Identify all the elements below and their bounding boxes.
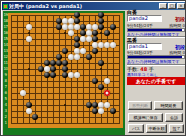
white-stone-D3 [26, 108, 32, 114]
white-player-name: panda2 [127, 15, 162, 22]
judge-button: 形勢判断 [128, 101, 152, 110]
black-stone-H9 [50, 72, 56, 78]
title-bar: 対局中 (panda2 vs panda1) _ □ × [2, 2, 186, 10]
white-stone-D15 [26, 36, 32, 42]
white-stone-M17 [74, 24, 80, 30]
white-time-bar-fill [128, 29, 182, 31]
white-stone-R6 [104, 90, 110, 96]
black-stone-Q17 [98, 24, 104, 30]
star-point [64, 32, 66, 34]
maximize-button[interactable]: □ [168, 3, 176, 9]
row-label: 1 [3, 120, 8, 126]
board-frame: ABCDEFGHJKLMNOPQRST 19181716151413121110… [3, 11, 125, 135]
row-labels: 19181716151413121110987654321 [3, 12, 8, 126]
black-stone-R16 [104, 30, 110, 36]
window-icon [3, 4, 8, 9]
black-stone-S17 [110, 24, 116, 30]
black-stone-P13 [92, 48, 98, 54]
white-stone-C6 [20, 90, 26, 96]
white-stone-N13 [80, 48, 86, 54]
black-player-rank: 初段 [175, 44, 185, 50]
star-point [100, 68, 102, 70]
white-stone-D17 [26, 24, 32, 30]
close-button[interactable]: × [177, 3, 185, 9]
black-stone-O12 [86, 54, 92, 60]
black-stone-K13 [62, 48, 68, 54]
black-stone-S3 [110, 108, 116, 114]
star-point [64, 104, 66, 106]
white-player-rank: 初段 [175, 16, 185, 22]
black-stone-Q11 [98, 60, 104, 66]
black-stone-P8 [92, 78, 98, 84]
star-point [28, 32, 30, 34]
game-window: 対局中 (panda2 vs panda1) _ □ × ABCDEFGHJKL… [0, 0, 186, 136]
black-stone-Q7 [98, 84, 104, 90]
black-player-name: panda1 [127, 43, 162, 50]
turn-banner: あなたの手番です [127, 77, 185, 85]
save-record-button[interactable]: 棋譜用に保存 [128, 113, 163, 122]
white-stone-S14 [110, 42, 116, 48]
white-stone-M9 [74, 72, 80, 78]
black-time-bar-fill [128, 56, 182, 58]
adjourn-button[interactable]: 中断依頼 [146, 124, 167, 133]
chat-button[interactable]: 会話 [165, 113, 183, 122]
info-panel: 白番 panda2 初段 9分54秒/24手 残時間 0 あなたの持時間は無制限… [127, 10, 185, 136]
extend-time-button[interactable]: 時間延長 [154, 101, 183, 110]
board-grid[interactable] [11, 15, 120, 124]
goban [8, 13, 123, 128]
white-stone-R4 [104, 102, 110, 108]
minimize-button[interactable]: _ [159, 3, 167, 9]
star-point [28, 68, 30, 70]
black-stone-E2 [32, 114, 38, 120]
white-stone-P17 [92, 24, 98, 30]
pass-button[interactable]: パス [128, 124, 144, 133]
white-stone-L16 [68, 30, 74, 36]
white-stone-Q3 [98, 108, 104, 114]
white-stone-M12 [74, 54, 80, 60]
white-stone-R8 [104, 78, 110, 84]
resign-button[interactable]: 投了 [169, 124, 184, 133]
star-point [100, 32, 102, 34]
white-stone-G10 [44, 66, 50, 72]
white-stone-O15 [86, 36, 92, 42]
